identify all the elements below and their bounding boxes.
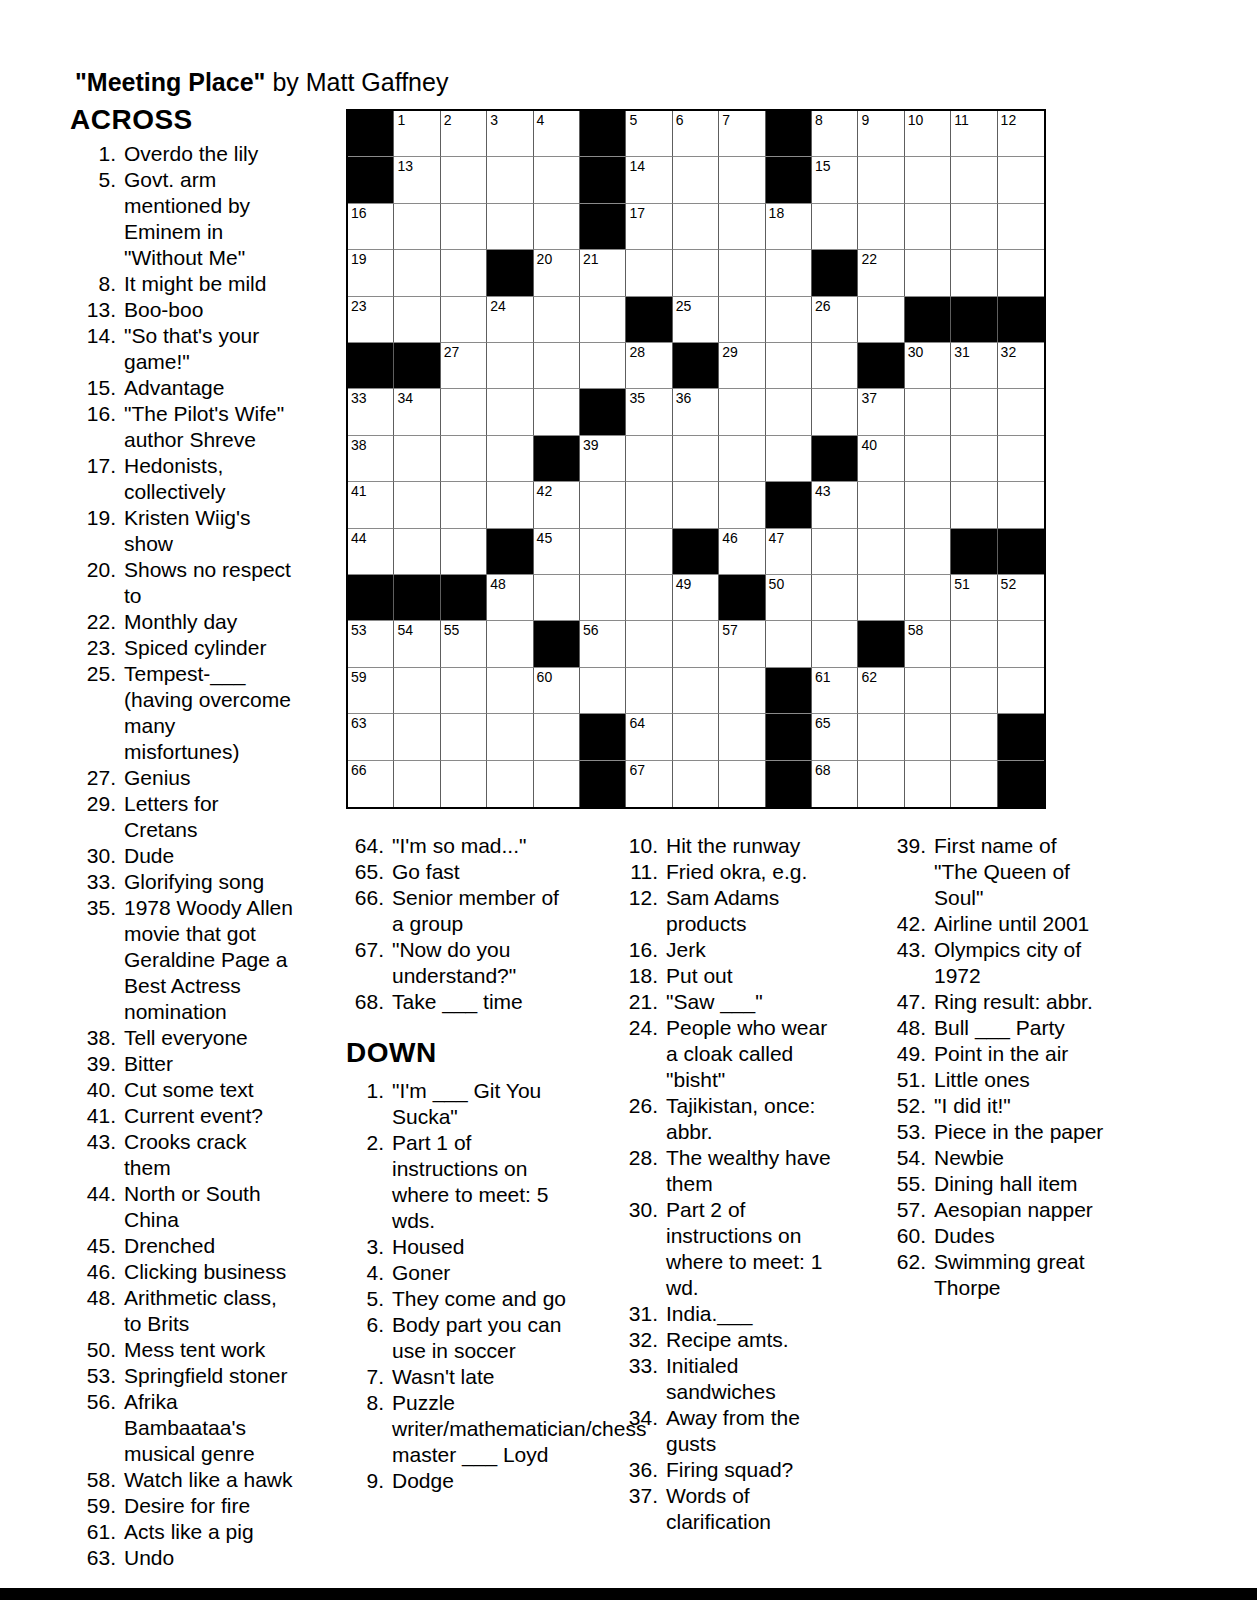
cell-r13c8[interactable] bbox=[673, 668, 719, 714]
cell-r4c1[interactable]: 19 bbox=[348, 250, 394, 296]
cell-r4c14[interactable] bbox=[951, 250, 997, 296]
cell-r14c9[interactable] bbox=[719, 714, 765, 760]
cell-r12c5 bbox=[534, 621, 580, 667]
clue-number: 65. bbox=[346, 859, 384, 885]
cell-r11c15[interactable]: 52 bbox=[998, 575, 1044, 621]
clue-number: 52. bbox=[888, 1093, 926, 1119]
clue-text: Piece in the paper bbox=[934, 1119, 1104, 1145]
cell-r5c10[interactable] bbox=[766, 297, 812, 343]
cell-r15c5[interactable] bbox=[534, 761, 580, 807]
cell-r6c2 bbox=[394, 343, 440, 389]
clue-number: 66. bbox=[346, 885, 384, 937]
clue-text: Advantage bbox=[124, 375, 296, 401]
cell-number: 16 bbox=[351, 205, 367, 221]
cell-r4c6[interactable]: 21 bbox=[580, 250, 626, 296]
clue-number: 8. bbox=[346, 1390, 384, 1468]
cell-r7c1[interactable]: 33 bbox=[348, 389, 394, 435]
cell-r5c2[interactable] bbox=[394, 297, 440, 343]
cell-r4c13[interactable] bbox=[905, 250, 951, 296]
cell-r2c15[interactable] bbox=[998, 157, 1044, 203]
cell-r8c5 bbox=[534, 436, 580, 482]
cell-r13c4[interactable] bbox=[487, 668, 533, 714]
cell-r12c14[interactable] bbox=[951, 621, 997, 667]
puzzle-title: "Meeting Place" by Matt Gaffney bbox=[75, 68, 448, 97]
clue-item: 40.Cut some text bbox=[78, 1077, 296, 1103]
clue-text: Swimming great Thorpe bbox=[934, 1249, 1104, 1301]
cell-r9c5[interactable]: 42 bbox=[534, 482, 580, 528]
cell-r11c6[interactable] bbox=[580, 575, 626, 621]
cell-r5c11[interactable]: 26 bbox=[812, 297, 858, 343]
cell-r9c6[interactable] bbox=[580, 482, 626, 528]
clue-number: 62. bbox=[888, 1249, 926, 1301]
clue-item: 61.Acts like a pig bbox=[78, 1519, 296, 1545]
clue-item: 35.1978 Woody Allen movie that got Geral… bbox=[78, 895, 296, 1025]
cell-r5c12[interactable] bbox=[858, 297, 904, 343]
cell-r10c7[interactable] bbox=[626, 529, 672, 575]
cell-r10c11[interactable] bbox=[812, 529, 858, 575]
cell-r14c2[interactable] bbox=[394, 714, 440, 760]
cell-number: 9 bbox=[861, 112, 869, 128]
cell-r13c1[interactable]: 59 bbox=[348, 668, 394, 714]
cell-r11c5[interactable] bbox=[534, 575, 580, 621]
cell-r10c3[interactable] bbox=[441, 529, 487, 575]
clue-text: Tajikistan, once: abbr. bbox=[666, 1093, 837, 1145]
clue-item: 43.Crooks crack them bbox=[78, 1129, 296, 1181]
cell-r14c1[interactable]: 63 bbox=[348, 714, 394, 760]
cell-r10c2[interactable] bbox=[394, 529, 440, 575]
clue-item: 55.Dining hall item bbox=[888, 1171, 1104, 1197]
clue-number: 58. bbox=[78, 1467, 116, 1493]
cell-r10c9[interactable]: 46 bbox=[719, 529, 765, 575]
cell-r8c14[interactable] bbox=[951, 436, 997, 482]
clue-item: 8.Puzzle writer/mathematician/chess mast… bbox=[346, 1390, 572, 1468]
cell-r13c12[interactable]: 62 bbox=[858, 668, 904, 714]
cell-number: 55 bbox=[444, 622, 460, 638]
cell-r2c7[interactable]: 14 bbox=[626, 157, 672, 203]
cell-r8c4[interactable] bbox=[487, 436, 533, 482]
cell-r9c15[interactable] bbox=[998, 482, 1044, 528]
cell-r15c13[interactable] bbox=[905, 761, 951, 807]
cell-r15c2[interactable] bbox=[394, 761, 440, 807]
cell-r15c7[interactable]: 67 bbox=[626, 761, 672, 807]
clue-item: 25.Tempest-___ (having overcome many mis… bbox=[78, 661, 296, 765]
cell-r5c8[interactable]: 25 bbox=[673, 297, 719, 343]
cell-r12c7[interactable] bbox=[626, 621, 672, 667]
cell-r1c3[interactable]: 2 bbox=[441, 111, 487, 157]
clue-item: 41.Current event? bbox=[78, 1103, 296, 1129]
cell-r15c15 bbox=[998, 761, 1044, 807]
cell-r4c12[interactable]: 22 bbox=[858, 250, 904, 296]
clue-text: North or South China bbox=[124, 1181, 296, 1233]
cell-r15c9[interactable] bbox=[719, 761, 765, 807]
cell-r14c11[interactable]: 65 bbox=[812, 714, 858, 760]
cell-r15c8[interactable] bbox=[673, 761, 719, 807]
page-bottom-bar bbox=[0, 1588, 1257, 1600]
clue-text: Govt. arm mentioned by Eminem in "Withou… bbox=[124, 167, 296, 271]
cell-r7c7[interactable]: 35 bbox=[626, 389, 672, 435]
cell-r6c7[interactable]: 28 bbox=[626, 343, 672, 389]
cell-r4c2[interactable] bbox=[394, 250, 440, 296]
cell-number: 30 bbox=[908, 344, 924, 360]
cell-r14c8[interactable] bbox=[673, 714, 719, 760]
cell-r1c5[interactable]: 4 bbox=[534, 111, 580, 157]
cell-r12c11[interactable] bbox=[812, 621, 858, 667]
cell-r13c2[interactable] bbox=[394, 668, 440, 714]
cell-r8c15[interactable] bbox=[998, 436, 1044, 482]
clue-text: Sam Adams products bbox=[666, 885, 837, 937]
clue-text: Firing squad? bbox=[666, 1457, 837, 1483]
clue-number: 13. bbox=[78, 297, 116, 323]
cell-r15c1[interactable]: 66 bbox=[348, 761, 394, 807]
cell-r12c2[interactable]: 54 bbox=[394, 621, 440, 667]
clue-text: India.___ bbox=[666, 1301, 837, 1327]
cell-r9c7[interactable] bbox=[626, 482, 672, 528]
cell-r8c2[interactable] bbox=[394, 436, 440, 482]
cell-number: 27 bbox=[444, 344, 460, 360]
cell-r3c11[interactable] bbox=[812, 204, 858, 250]
clue-number: 18. bbox=[620, 963, 658, 989]
clue-text: Kristen Wiig's show bbox=[124, 505, 296, 557]
clue-text: People who wear a cloak called "bisht" bbox=[666, 1015, 837, 1093]
cell-r11c7[interactable] bbox=[626, 575, 672, 621]
cell-r2c14[interactable] bbox=[951, 157, 997, 203]
cell-r14c5[interactable] bbox=[534, 714, 580, 760]
cell-r3c15[interactable] bbox=[998, 204, 1044, 250]
cell-r2c5[interactable] bbox=[534, 157, 580, 203]
cell-r2c11[interactable]: 15 bbox=[812, 157, 858, 203]
cell-r6c10[interactable] bbox=[766, 343, 812, 389]
cell-r6c4[interactable] bbox=[487, 343, 533, 389]
cell-r9c9[interactable] bbox=[719, 482, 765, 528]
cell-r9c4[interactable] bbox=[487, 482, 533, 528]
clue-item: 32.Recipe amts. bbox=[620, 1327, 837, 1353]
cell-r3c13[interactable] bbox=[905, 204, 951, 250]
puzzle-title-name: "Meeting Place" bbox=[75, 68, 265, 96]
cell-r5c6[interactable] bbox=[580, 297, 626, 343]
cell-r9c13[interactable] bbox=[905, 482, 951, 528]
cell-r6c8 bbox=[673, 343, 719, 389]
cell-r1c13[interactable]: 10 bbox=[905, 111, 951, 157]
cell-r9c12[interactable] bbox=[858, 482, 904, 528]
cell-r3c7[interactable]: 17 bbox=[626, 204, 672, 250]
cell-r13c3[interactable] bbox=[441, 668, 487, 714]
clue-number: 63. bbox=[78, 1545, 116, 1571]
cell-r6c13[interactable]: 30 bbox=[905, 343, 951, 389]
cell-r6c3[interactable]: 27 bbox=[441, 343, 487, 389]
cell-r5c4[interactable]: 24 bbox=[487, 297, 533, 343]
clue-number: 10. bbox=[620, 833, 658, 859]
cell-number: 42 bbox=[537, 483, 553, 499]
cell-r6c14[interactable]: 31 bbox=[951, 343, 997, 389]
clue-text: Boo-boo bbox=[124, 297, 296, 323]
cell-r15c4[interactable] bbox=[487, 761, 533, 807]
cell-r1c6 bbox=[580, 111, 626, 157]
clue-item: 33.Glorifying song bbox=[78, 869, 296, 895]
cell-r7c8[interactable]: 36 bbox=[673, 389, 719, 435]
cell-r7c3[interactable] bbox=[441, 389, 487, 435]
cell-r6c6[interactable] bbox=[580, 343, 626, 389]
cell-r4c9[interactable] bbox=[719, 250, 765, 296]
cell-r7c13[interactable] bbox=[905, 389, 951, 435]
cell-r13c14[interactable] bbox=[951, 668, 997, 714]
cell-r14c3[interactable] bbox=[441, 714, 487, 760]
cell-r14c12[interactable] bbox=[858, 714, 904, 760]
cell-r3c8[interactable] bbox=[673, 204, 719, 250]
cell-number: 57 bbox=[722, 622, 738, 638]
cell-r8c8[interactable] bbox=[673, 436, 719, 482]
cell-r3c10[interactable]: 18 bbox=[766, 204, 812, 250]
clue-number: 27. bbox=[78, 765, 116, 791]
cell-number: 39 bbox=[583, 437, 599, 453]
cell-r4c3[interactable] bbox=[441, 250, 487, 296]
cell-r7c9[interactable] bbox=[719, 389, 765, 435]
clue-number: 28. bbox=[620, 1145, 658, 1197]
cell-r4c5[interactable]: 20 bbox=[534, 250, 580, 296]
cell-r3c3[interactable] bbox=[441, 204, 487, 250]
cell-r12c1[interactable]: 53 bbox=[348, 621, 394, 667]
clue-text: "Now do you understand?" bbox=[392, 937, 572, 989]
clue-text: Put out bbox=[666, 963, 837, 989]
cell-number: 36 bbox=[676, 390, 692, 406]
clue-text: Senior member of a group bbox=[392, 885, 572, 937]
cell-number: 45 bbox=[537, 530, 553, 546]
clue-text: Tell everyone bbox=[124, 1025, 296, 1051]
cell-r15c6 bbox=[580, 761, 626, 807]
clue-number: 15. bbox=[78, 375, 116, 401]
cell-r1c4[interactable]: 3 bbox=[487, 111, 533, 157]
cell-r12c4[interactable] bbox=[487, 621, 533, 667]
clue-text: Olympics city of 1972 bbox=[934, 937, 1104, 989]
cell-r10c10[interactable]: 47 bbox=[766, 529, 812, 575]
cell-r2c13[interactable] bbox=[905, 157, 951, 203]
clue-number: 20. bbox=[78, 557, 116, 609]
clue-number: 6. bbox=[346, 1312, 384, 1364]
cell-r7c10[interactable] bbox=[766, 389, 812, 435]
cell-r2c4[interactable] bbox=[487, 157, 533, 203]
cell-r5c9[interactable] bbox=[719, 297, 765, 343]
clue-item: 43.Olympics city of 1972 bbox=[888, 937, 1104, 989]
cell-r3c5[interactable] bbox=[534, 204, 580, 250]
clue-number: 16. bbox=[78, 401, 116, 453]
cell-r15c12[interactable] bbox=[858, 761, 904, 807]
cell-number: 10 bbox=[908, 112, 924, 128]
clue-number: 47. bbox=[888, 989, 926, 1015]
cell-r10c1[interactable]: 44 bbox=[348, 529, 394, 575]
cell-number: 64 bbox=[629, 715, 645, 731]
cell-r6c5[interactable] bbox=[534, 343, 580, 389]
clue-item: 21."Saw ___" bbox=[620, 989, 837, 1015]
cell-r15c14[interactable] bbox=[951, 761, 997, 807]
cell-r5c5[interactable] bbox=[534, 297, 580, 343]
cell-r7c5[interactable] bbox=[534, 389, 580, 435]
cell-r13c5[interactable]: 60 bbox=[534, 668, 580, 714]
cell-r1c1 bbox=[348, 111, 394, 157]
cell-r6c11[interactable] bbox=[812, 343, 858, 389]
cell-r7c11[interactable] bbox=[812, 389, 858, 435]
cell-r9c2[interactable] bbox=[394, 482, 440, 528]
cell-number: 67 bbox=[629, 762, 645, 778]
cell-r7c4[interactable] bbox=[487, 389, 533, 435]
clue-text: "The Pilot's Wife" author Shreve bbox=[124, 401, 296, 453]
cell-r3c1[interactable]: 16 bbox=[348, 204, 394, 250]
clue-text: Monthly day bbox=[124, 609, 296, 635]
cell-r15c11[interactable]: 68 bbox=[812, 761, 858, 807]
cell-r11c12[interactable] bbox=[858, 575, 904, 621]
cell-number: 23 bbox=[351, 298, 367, 314]
cell-r1c12[interactable]: 9 bbox=[858, 111, 904, 157]
cell-r5c1[interactable]: 23 bbox=[348, 297, 394, 343]
cell-r13c9[interactable] bbox=[719, 668, 765, 714]
cell-r12c8[interactable] bbox=[673, 621, 719, 667]
cell-r11c10[interactable]: 50 bbox=[766, 575, 812, 621]
cell-r2c9[interactable] bbox=[719, 157, 765, 203]
clue-text: "Saw ___" bbox=[666, 989, 837, 1015]
cell-r12c15[interactable] bbox=[998, 621, 1044, 667]
cell-r11c11[interactable] bbox=[812, 575, 858, 621]
cell-r4c15[interactable] bbox=[998, 250, 1044, 296]
cell-r12c6[interactable]: 56 bbox=[580, 621, 626, 667]
cell-r1c7[interactable]: 5 bbox=[626, 111, 672, 157]
clue-item: 53.Springfield stoner bbox=[78, 1363, 296, 1389]
clue-item: 49.Point in the air bbox=[888, 1041, 1104, 1067]
cell-r8c3[interactable] bbox=[441, 436, 487, 482]
cell-r7c2[interactable]: 34 bbox=[394, 389, 440, 435]
cell-r8c10[interactable] bbox=[766, 436, 812, 482]
cell-r1c2[interactable]: 1 bbox=[394, 111, 440, 157]
clue-item: 16."The Pilot's Wife" author Shreve bbox=[78, 401, 296, 453]
clue-column-3: 10.Hit the runway11.Fried okra, e.g.12.S… bbox=[620, 833, 837, 1535]
cell-r11c14[interactable]: 51 bbox=[951, 575, 997, 621]
clue-text: Bull ___ Party bbox=[934, 1015, 1104, 1041]
cell-r10c12[interactable] bbox=[858, 529, 904, 575]
cell-r10c5[interactable]: 45 bbox=[534, 529, 580, 575]
cell-r8c12[interactable]: 40 bbox=[858, 436, 904, 482]
cell-number: 19 bbox=[351, 251, 367, 267]
cell-r1c9[interactable]: 7 bbox=[719, 111, 765, 157]
cell-r6c9[interactable]: 29 bbox=[719, 343, 765, 389]
cell-r15c3[interactable] bbox=[441, 761, 487, 807]
cell-number: 59 bbox=[351, 669, 367, 685]
clue-text: Away from the gusts bbox=[666, 1405, 837, 1457]
cell-r8c7[interactable] bbox=[626, 436, 672, 482]
cell-r4c8[interactable] bbox=[673, 250, 719, 296]
clue-item: 1.Overdo the lily bbox=[78, 141, 296, 167]
cell-r3c14[interactable] bbox=[951, 204, 997, 250]
clue-number: 26. bbox=[620, 1093, 658, 1145]
cell-r13c7[interactable] bbox=[626, 668, 672, 714]
cell-r11c8[interactable]: 49 bbox=[673, 575, 719, 621]
clue-item: 45.Drenched bbox=[78, 1233, 296, 1259]
cell-r1c11[interactable]: 8 bbox=[812, 111, 858, 157]
cell-r9c3[interactable] bbox=[441, 482, 487, 528]
cell-r12c10[interactable] bbox=[766, 621, 812, 667]
cell-r1c15[interactable]: 12 bbox=[998, 111, 1044, 157]
clue-text: Part 2 of instructions on where to meet:… bbox=[666, 1197, 837, 1301]
cell-r13c11[interactable]: 61 bbox=[812, 668, 858, 714]
down-clue-list-2: 10.Hit the runway11.Fried okra, e.g.12.S… bbox=[620, 833, 837, 1535]
cell-number: 24 bbox=[490, 298, 506, 314]
cell-r3c4[interactable] bbox=[487, 204, 533, 250]
cell-r8c1[interactable]: 38 bbox=[348, 436, 394, 482]
cell-r11c4[interactable]: 48 bbox=[487, 575, 533, 621]
cell-r2c2[interactable]: 13 bbox=[394, 157, 440, 203]
clue-number: 67. bbox=[346, 937, 384, 989]
clue-number: 34. bbox=[620, 1405, 658, 1457]
clue-text: Clicking business bbox=[124, 1259, 296, 1285]
cell-r9c8[interactable] bbox=[673, 482, 719, 528]
cell-r10c6[interactable] bbox=[580, 529, 626, 575]
cell-r3c12[interactable] bbox=[858, 204, 904, 250]
clue-item: 5.Govt. arm mentioned by Eminem in "With… bbox=[78, 167, 296, 271]
clue-number: 21. bbox=[620, 989, 658, 1015]
cell-r14c13[interactable] bbox=[905, 714, 951, 760]
cell-r8c9[interactable] bbox=[719, 436, 765, 482]
clue-text: Dining hall item bbox=[934, 1171, 1104, 1197]
clue-text: Initialed sandwiches bbox=[666, 1353, 837, 1405]
clue-number: 12. bbox=[620, 885, 658, 937]
cell-r11c13[interactable] bbox=[905, 575, 951, 621]
cell-r13c15[interactable] bbox=[998, 668, 1044, 714]
clue-text: Newbie bbox=[934, 1145, 1104, 1171]
clue-text: Airline until 2001 bbox=[934, 911, 1104, 937]
cell-r5c3[interactable] bbox=[441, 297, 487, 343]
cell-number: 31 bbox=[954, 344, 970, 360]
cell-r13c13[interactable] bbox=[905, 668, 951, 714]
cell-r7c14[interactable] bbox=[951, 389, 997, 435]
cell-r1c14[interactable]: 11 bbox=[951, 111, 997, 157]
clue-text: Watch like a hawk bbox=[124, 1467, 296, 1493]
cell-r14c14[interactable] bbox=[951, 714, 997, 760]
cell-number: 65 bbox=[815, 715, 831, 731]
down-clue-list-3: 39.First name of "The Queen of Soul"42.A… bbox=[888, 833, 1104, 1301]
cell-r12c13[interactable]: 58 bbox=[905, 621, 951, 667]
cell-r8c13[interactable] bbox=[905, 436, 951, 482]
cell-r3c9[interactable] bbox=[719, 204, 765, 250]
cell-r14c7[interactable]: 64 bbox=[626, 714, 672, 760]
clue-text: Drenched bbox=[124, 1233, 296, 1259]
clue-number: 33. bbox=[620, 1353, 658, 1405]
cell-r4c10[interactable] bbox=[766, 250, 812, 296]
clue-number: 3. bbox=[346, 1234, 384, 1260]
cell-r10c8 bbox=[673, 529, 719, 575]
clue-text: Dude bbox=[124, 843, 296, 869]
cell-r7c15[interactable] bbox=[998, 389, 1044, 435]
cell-r7c12[interactable]: 37 bbox=[858, 389, 904, 435]
cell-r2c8[interactable] bbox=[673, 157, 719, 203]
cell-r3c2[interactable] bbox=[394, 204, 440, 250]
cell-r9c11[interactable]: 43 bbox=[812, 482, 858, 528]
cell-r4c7[interactable] bbox=[626, 250, 672, 296]
clue-item: 50.Mess tent work bbox=[78, 1337, 296, 1363]
cell-r8c6[interactable]: 39 bbox=[580, 436, 626, 482]
cell-r2c3[interactable] bbox=[441, 157, 487, 203]
cell-r10c13[interactable] bbox=[905, 529, 951, 575]
cell-number: 54 bbox=[397, 622, 413, 638]
cell-r9c1[interactable]: 41 bbox=[348, 482, 394, 528]
cell-r13c6[interactable] bbox=[580, 668, 626, 714]
cell-r12c9[interactable]: 57 bbox=[719, 621, 765, 667]
cell-r14c4[interactable] bbox=[487, 714, 533, 760]
cell-r9c14[interactable] bbox=[951, 482, 997, 528]
cell-number: 40 bbox=[861, 437, 877, 453]
clue-text: Undo bbox=[124, 1545, 296, 1571]
cell-r1c8[interactable]: 6 bbox=[673, 111, 719, 157]
clue-number: 30. bbox=[78, 843, 116, 869]
cell-r6c15[interactable]: 32 bbox=[998, 343, 1044, 389]
cell-r2c12[interactable] bbox=[858, 157, 904, 203]
cell-r12c3[interactable]: 55 bbox=[441, 621, 487, 667]
clue-text: Body part you can use in soccer bbox=[392, 1312, 572, 1364]
